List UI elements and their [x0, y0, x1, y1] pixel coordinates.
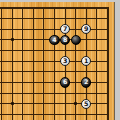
- grid-line-horizontal-7: [0, 82, 109, 83]
- star-point-K16: [11, 38, 14, 41]
- board-edge-shadow: [114, 2, 116, 120]
- grid-line-horizontal-5: [0, 61, 109, 62]
- stone-black-hoshi-Q16: [71, 35, 81, 45]
- grid-line-horizontal-2: [0, 29, 109, 30]
- star-point-K10: [11, 102, 14, 105]
- stone-black-4-O16: 4: [49, 35, 59, 45]
- grid-line-horizontal-8: [0, 93, 109, 94]
- grid-line-horizontal-4: [0, 50, 109, 51]
- grid-line-horizontal-6: [0, 71, 109, 72]
- stone-black-6-P12: 6: [60, 77, 70, 87]
- grid-line-horizontal-9: [0, 103, 109, 104]
- grid-line-horizontal-0: [0, 7, 109, 9]
- go-diagram: 123456789: [0, 0, 120, 120]
- grid-line-horizontal-10: [0, 114, 109, 115]
- grid-line-horizontal-1: [0, 18, 109, 19]
